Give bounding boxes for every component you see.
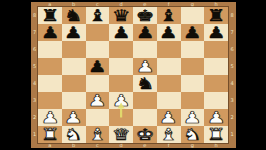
- square-f2[interactable]: ♟: [157, 109, 181, 126]
- square-c8[interactable]: ♝: [86, 7, 110, 24]
- coordinate-label: e: [133, 143, 157, 148]
- square-d3[interactable]: ♟: [109, 92, 133, 109]
- coordinate-label: 1: [228, 126, 236, 143]
- square-a5[interactable]: [38, 58, 62, 75]
- square-a7[interactable]: ♟: [38, 24, 62, 41]
- square-h5[interactable]: [204, 58, 228, 75]
- coordinate-label: 2: [228, 109, 236, 126]
- square-g6[interactable]: [181, 41, 205, 58]
- piece-white-pawn-a2[interactable]: ♟: [40, 110, 59, 126]
- piece-white-king-e1[interactable]: ♚: [135, 127, 154, 143]
- coordinate-label: 8: [228, 7, 236, 24]
- piece-white-pawn-e5[interactable]: ♟: [135, 59, 154, 75]
- coordinate-label: h: [204, 143, 228, 148]
- coordinate-label: 7: [31, 24, 38, 41]
- square-f6[interactable]: [157, 41, 181, 58]
- coordinate-label: d: [109, 143, 133, 148]
- square-a3[interactable]: [38, 92, 62, 109]
- square-g7[interactable]: ♟: [181, 24, 205, 41]
- piece-white-pawn-g2[interactable]: ♟: [183, 110, 202, 126]
- square-g1[interactable]: ♞: [181, 126, 205, 143]
- square-c7[interactable]: [86, 24, 110, 41]
- square-g8[interactable]: [181, 7, 205, 24]
- square-b5[interactable]: [62, 58, 86, 75]
- coordinate-label: b: [62, 143, 86, 148]
- square-e2[interactable]: [133, 109, 157, 126]
- square-b4[interactable]: [62, 75, 86, 92]
- square-g5[interactable]: [181, 58, 205, 75]
- chess-board-frame: abcdefgh abcdefgh 87654321 87654321 ♜♞♝♛…: [31, 2, 236, 148]
- square-c4[interactable]: [86, 75, 110, 92]
- video-frame: abcdefgh abcdefgh 87654321 87654321 ♜♞♝♛…: [0, 0, 266, 150]
- piece-white-pawn-d3[interactable]: ♟: [112, 93, 131, 109]
- rank-labels-left: 87654321: [31, 7, 38, 143]
- square-e5[interactable]: ♟: [133, 58, 157, 75]
- coordinate-label: 4: [31, 75, 38, 92]
- square-e3[interactable]: [133, 92, 157, 109]
- square-e7[interactable]: ♟: [133, 24, 157, 41]
- coordinate-label: 3: [31, 92, 38, 109]
- square-b3[interactable]: [62, 92, 86, 109]
- file-labels-bottom: abcdefgh: [38, 143, 228, 148]
- square-d2[interactable]: [109, 109, 133, 126]
- square-d1[interactable]: ♛: [109, 126, 133, 143]
- square-e6[interactable]: [133, 41, 157, 58]
- square-f8[interactable]: ♝: [157, 7, 181, 24]
- square-h7[interactable]: ♟: [204, 24, 228, 41]
- square-g4[interactable]: [181, 75, 205, 92]
- square-b6[interactable]: [62, 41, 86, 58]
- chess-board[interactable]: ♜♞♝♛♚♝♜♟♟♟♟♟♟♟♟♟♞♟♟♟♟♟♟♟♜♞♝♛♚♝♞♜: [38, 7, 228, 143]
- square-b2[interactable]: ♟: [62, 109, 86, 126]
- square-g3[interactable]: [181, 92, 205, 109]
- square-c2[interactable]: [86, 109, 110, 126]
- piece-white-rook-h1[interactable]: ♜: [207, 127, 226, 143]
- square-g2[interactable]: ♟: [181, 109, 205, 126]
- piece-black-pawn-a7[interactable]: ♟: [40, 25, 59, 41]
- square-f5[interactable]: [157, 58, 181, 75]
- square-d7[interactable]: ♟: [109, 24, 133, 41]
- piece-black-queen-d8[interactable]: ♛: [112, 8, 131, 24]
- square-h2[interactable]: ♟: [204, 109, 228, 126]
- piece-black-bishop-c8[interactable]: ♝: [88, 8, 107, 24]
- coordinate-label: c: [86, 143, 110, 148]
- rank-labels-right: 87654321: [228, 7, 236, 143]
- square-d6[interactable]: [109, 41, 133, 58]
- square-f1[interactable]: ♝: [157, 126, 181, 143]
- square-a6[interactable]: [38, 41, 62, 58]
- square-h4[interactable]: [204, 75, 228, 92]
- square-a8[interactable]: ♜: [38, 7, 62, 24]
- piece-black-bishop-f8[interactable]: ♝: [159, 8, 178, 24]
- coordinate-label: 6: [31, 41, 38, 58]
- square-d5[interactable]: [109, 58, 133, 75]
- square-f3[interactable]: [157, 92, 181, 109]
- square-c6[interactable]: [86, 41, 110, 58]
- piece-black-rook-a8[interactable]: ♜: [40, 8, 59, 24]
- coordinate-label: 1: [31, 126, 38, 143]
- piece-white-pawn-b2[interactable]: ♟: [64, 110, 83, 126]
- piece-white-bishop-c1[interactable]: ♝: [88, 127, 107, 143]
- piece-black-pawn-h7[interactable]: ♟: [207, 25, 226, 41]
- coordinate-label: 5: [31, 58, 38, 75]
- square-b1[interactable]: ♞: [62, 126, 86, 143]
- piece-black-rook-h8[interactable]: ♜: [207, 8, 226, 24]
- square-a2[interactable]: ♟: [38, 109, 62, 126]
- piece-white-bishop-f1[interactable]: ♝: [159, 127, 178, 143]
- square-c3[interactable]: ♟: [86, 92, 110, 109]
- square-e8[interactable]: ♚: [133, 7, 157, 24]
- piece-black-king-e8[interactable]: ♚: [135, 8, 154, 24]
- coordinate-label: 7: [228, 24, 236, 41]
- square-a4[interactable]: [38, 75, 62, 92]
- coordinate-label: g: [181, 143, 205, 148]
- coordinate-label: 5: [228, 58, 236, 75]
- coordinate-label: a: [38, 143, 62, 148]
- coordinate-label: 8: [31, 7, 38, 24]
- coordinate-label: 4: [228, 75, 236, 92]
- piece-white-queen-d1[interactable]: ♛: [112, 127, 131, 143]
- square-e4[interactable]: ♞: [133, 75, 157, 92]
- coordinate-label: 6: [228, 41, 236, 58]
- piece-black-pawn-d7[interactable]: ♟: [112, 25, 131, 41]
- square-e1[interactable]: ♚: [133, 126, 157, 143]
- piece-black-pawn-e7[interactable]: ♟: [135, 25, 154, 41]
- square-h3[interactable]: [204, 92, 228, 109]
- square-b7[interactable]: ♟: [62, 24, 86, 41]
- piece-black-pawn-g7[interactable]: ♟: [183, 25, 202, 41]
- square-c1[interactable]: ♝: [86, 126, 110, 143]
- piece-white-pawn-f2[interactable]: ♟: [159, 110, 178, 126]
- square-b8[interactable]: ♞: [62, 7, 86, 24]
- piece-black-pawn-c5[interactable]: ♟: [88, 59, 107, 75]
- coordinate-label: 3: [228, 92, 236, 109]
- coordinate-label: 2: [31, 109, 38, 126]
- square-h8[interactable]: ♜: [204, 7, 228, 24]
- piece-white-knight-g1[interactable]: ♞: [183, 127, 202, 143]
- piece-white-pawn-c3[interactable]: ♟: [88, 93, 107, 109]
- square-c5[interactable]: ♟: [86, 58, 110, 75]
- piece-black-pawn-f7[interactable]: ♟: [159, 25, 178, 41]
- square-a1[interactable]: ♜: [38, 126, 62, 143]
- square-f7[interactable]: ♟: [157, 24, 181, 41]
- piece-white-rook-a1[interactable]: ♜: [40, 127, 59, 143]
- square-d8[interactable]: ♛: [109, 7, 133, 24]
- square-d4[interactable]: [109, 75, 133, 92]
- piece-black-knight-b8[interactable]: ♞: [64, 8, 83, 24]
- square-h1[interactable]: ♜: [204, 126, 228, 143]
- piece-white-knight-b1[interactable]: ♞: [64, 127, 83, 143]
- square-f4[interactable]: [157, 75, 181, 92]
- coordinate-label: f: [157, 143, 181, 148]
- piece-black-pawn-b7[interactable]: ♟: [64, 25, 83, 41]
- square-h6[interactable]: [204, 41, 228, 58]
- piece-white-pawn-h2[interactable]: ♟: [207, 110, 226, 126]
- piece-black-knight-e4[interactable]: ♞: [135, 76, 154, 92]
